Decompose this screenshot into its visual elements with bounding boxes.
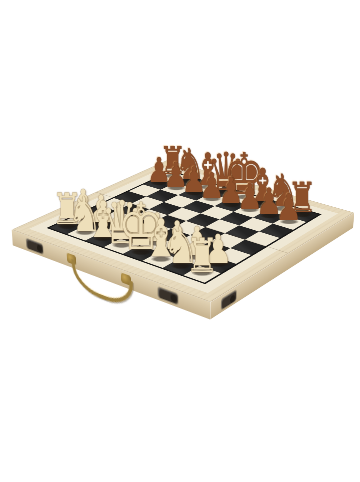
- board-square: [175, 235, 210, 250]
- board-square: [171, 221, 205, 235]
- board-square: [195, 242, 231, 257]
- board-square: [102, 224, 137, 238]
- board-square: [215, 248, 251, 264]
- board-square: [179, 250, 215, 266]
- board-square: [159, 243, 195, 258]
- board-square: [210, 233, 245, 248]
- product-photo: ♜♞♝♛♚♝♞♜♟♟♟♟♟♟♟♟♟♟♟♟♟♟♟♟♜♞♝♛♚♝♞♜: [0, 0, 360, 482]
- board-square: [104, 239, 140, 254]
- board-square: [205, 219, 239, 233]
- board-square: [139, 237, 174, 252]
- board-square: [120, 231, 155, 246]
- board-square: [155, 229, 190, 244]
- chess-case: [12, 160, 355, 302]
- board-square: [183, 266, 220, 283]
- board-square: [163, 259, 200, 275]
- board-square: [230, 240, 265, 255]
- latch-knob-icon: [230, 294, 235, 304]
- latch-icon: [221, 290, 236, 309]
- latch-icon: [158, 287, 177, 304]
- board-square: [123, 245, 159, 261]
- latch-icon: [26, 239, 43, 254]
- board-square: [245, 232, 280, 247]
- board-square: [200, 257, 237, 273]
- board-square: [85, 232, 120, 247]
- board-square: [190, 227, 225, 241]
- board-square: [49, 220, 84, 234]
- board-square: [225, 225, 259, 239]
- scene: [0, 0, 360, 482]
- board-square: [259, 224, 293, 238]
- case-top: [12, 160, 355, 302]
- board-square: [143, 252, 179, 268]
- board-square: [67, 226, 102, 240]
- latch-knob-icon: [37, 244, 43, 252]
- board-square: [137, 223, 171, 237]
- latch-knob-icon: [171, 294, 177, 303]
